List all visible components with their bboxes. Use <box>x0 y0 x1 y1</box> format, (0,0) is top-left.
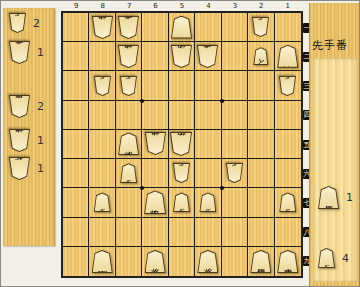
shogi-piece-gote[interactable]: 歩兵 <box>9 13 26 33</box>
shogi-piece-sente[interactable]: 金将 <box>197 250 218 273</box>
piece-kanji: 歩兵 <box>323 257 331 259</box>
board-square-9-8[interactable] <box>63 218 89 247</box>
board-square-5-5[interactable]: 玉将 <box>169 130 195 159</box>
piece-face: 金将 <box>146 251 165 272</box>
shogi-piece-gote[interactable]: 銀将 <box>92 16 113 39</box>
board-square-2-8[interactable] <box>248 218 274 247</box>
board-square-5-4[interactable] <box>169 101 195 130</box>
board-square-9-2[interactable] <box>63 42 89 71</box>
shogi-piece-sente[interactable]: 歩兵 <box>279 192 296 212</box>
board-square-7-1[interactable]: 香車 <box>116 13 142 42</box>
piece-kanji: 王将 <box>150 201 160 203</box>
captured-entry: 歩兵2 <box>9 13 40 33</box>
piece-body: 歩兵 <box>120 76 137 96</box>
shogi-piece-gote[interactable]: 歩兵 <box>252 17 269 37</box>
piece-body: 金将 <box>118 132 139 155</box>
shogi-piece-gote[interactable]: 桂馬 <box>9 95 30 118</box>
board-square-8-7[interactable]: 歩兵 <box>89 188 115 217</box>
turn-indicator: 先手番 <box>312 38 358 53</box>
piece-body: 金将 <box>197 250 218 273</box>
piece-body: 香車 <box>277 250 298 273</box>
board-square-9-7[interactable] <box>63 188 89 217</box>
piece-kanji: 香車 <box>203 55 212 57</box>
piece-kanji: 香車 <box>15 52 24 54</box>
shogi-piece-sente[interactable]: 龍 <box>171 16 192 39</box>
board-square-6-6[interactable] <box>142 159 168 188</box>
board-square-7-9[interactable] <box>116 247 142 276</box>
board-square-3-3[interactable] <box>222 71 248 100</box>
board-square-7-2[interactable]: 銀将 <box>116 42 142 71</box>
piece-kanji: 桂馬 <box>256 260 265 262</box>
board-square-4-2[interactable]: 香車 <box>195 42 221 71</box>
board-square-4-5[interactable] <box>195 130 221 159</box>
captured-entry: 桂馬2 <box>9 95 44 118</box>
board-square-7-6[interactable]: 歩兵 <box>116 159 142 188</box>
piece-kanji: 歩兵 <box>257 26 265 28</box>
shogi-piece-gote[interactable]: 香車 <box>9 41 30 64</box>
piece-body: 玉将 <box>170 132 192 156</box>
file-label-5: 5 <box>175 2 189 10</box>
board-square-2-9[interactable]: 桂馬 <box>248 247 274 276</box>
board-square-7-3[interactable]: 歩兵 <box>116 71 142 100</box>
board-square-4-1[interactable] <box>195 13 221 42</box>
piece-face: 歩兵 <box>95 193 110 211</box>
board-square-1-3[interactable]: 歩兵 <box>275 71 301 100</box>
board-square-5-7[interactable]: 歩兵 <box>169 188 195 217</box>
board-square-7-8[interactable] <box>116 218 142 247</box>
board-square-3-5[interactable] <box>222 130 248 159</box>
file-label-2: 2 <box>254 2 268 10</box>
piece-kanji: 角行 <box>15 168 24 170</box>
shogi-piece-sente[interactable]: 歩兵 <box>318 248 335 268</box>
piece-face: 香車 <box>119 17 138 38</box>
piece-kanji: 歩兵 <box>125 85 133 87</box>
piece-kanji: 歩兵 <box>178 172 186 174</box>
piece-body: 歩兵 <box>279 76 296 96</box>
shogi-app: 歩兵2香車1桂馬2銀将1角行1 銀将香車龍歩兵銀将金将香車と龍歩兵歩兵歩兵金将銀… <box>0 0 360 287</box>
shogi-piece-sente[interactable]: 王将 <box>144 190 166 214</box>
board-square-2-1[interactable]: 歩兵 <box>248 13 274 42</box>
piece-kanji: 銀将 <box>151 143 160 145</box>
shogi-piece-sente[interactable]: 金将 <box>118 132 139 155</box>
captured-entry: 香車1 <box>9 41 44 64</box>
piece-body: 金将 <box>171 45 192 68</box>
shogi-piece-gote[interactable]: 歩兵 <box>94 76 111 96</box>
piece-kanji: 金将 <box>177 55 186 57</box>
board-square-3-2[interactable] <box>222 42 248 71</box>
captured-entry: 角行1 <box>9 157 44 180</box>
piece-kanji: 歩兵 <box>231 172 239 174</box>
piece-body: 香車 <box>9 41 30 64</box>
shogi-piece-gote[interactable]: 銀将 <box>118 45 139 68</box>
shogi-piece-sente[interactable]: 桂馬 <box>318 186 339 209</box>
board-square-5-8[interactable] <box>169 218 195 247</box>
piece-body: 銀将 <box>118 45 139 68</box>
piece-face: 銀将 <box>93 17 112 38</box>
captured-count: 1 <box>37 162 44 175</box>
piece-face: と <box>254 48 267 64</box>
hoshi-dot <box>220 186 224 190</box>
shogi-piece-gote[interactable]: 銀将 <box>145 132 166 155</box>
shogi-piece-gote[interactable]: 歩兵 <box>173 163 190 183</box>
board-square-4-8[interactable] <box>195 218 221 247</box>
piece-face: 歩兵 <box>280 193 295 211</box>
hoshi-dot <box>220 99 224 103</box>
shogi-piece-sente[interactable]: 歩兵 <box>94 192 111 212</box>
shogi-piece-sente[interactable]: 歩兵 <box>199 192 216 212</box>
board-square-5-1[interactable]: 龍 <box>169 13 195 42</box>
piece-body: 桂馬 <box>250 250 271 273</box>
piece-kanji: 銀将 <box>124 55 133 57</box>
board-square-3-9[interactable] <box>222 247 248 276</box>
hoshi-dot <box>140 99 144 103</box>
board-square-4-6[interactable] <box>195 159 221 188</box>
piece-face: 龍 <box>278 46 297 67</box>
piece-body: 歩兵 <box>252 17 269 37</box>
piece-kanji: 桂馬 <box>15 106 24 108</box>
piece-body: 歩兵 <box>279 192 296 212</box>
board-square-8-6[interactable] <box>89 159 115 188</box>
board-square-3-4[interactable] <box>222 101 248 130</box>
board-square-1-4[interactable] <box>275 101 301 130</box>
file-label-6: 6 <box>149 2 163 10</box>
file-label-1: 1 <box>281 2 295 10</box>
board-square-8-5[interactable] <box>89 130 115 159</box>
board-square-1-1[interactable] <box>275 13 301 42</box>
piece-body: 角行 <box>9 157 30 180</box>
piece-face: 歩兵 <box>121 164 136 182</box>
board-square-9-6[interactable] <box>63 159 89 188</box>
shogi-piece-sente[interactable]: 馬 <box>92 250 113 273</box>
piece-kanji: 銀将 <box>98 26 107 28</box>
piece-body: と <box>253 47 268 65</box>
board-square-3-6[interactable]: 歩兵 <box>222 159 248 188</box>
piece-body: 龍 <box>171 16 192 39</box>
board-square-9-9[interactable] <box>63 247 89 276</box>
shogi-piece-gote[interactable]: 歩兵 <box>279 76 296 96</box>
piece-body: 歩兵 <box>226 163 243 183</box>
board-square-7-4[interactable] <box>116 101 142 130</box>
board-square-1-8[interactable] <box>275 218 301 247</box>
piece-face: 歩兵 <box>253 18 268 36</box>
piece-body: 歩兵 <box>173 192 190 212</box>
file-label-7: 7 <box>122 2 136 10</box>
piece-body: 龍 <box>277 45 298 68</box>
board-square-8-2[interactable] <box>89 42 115 71</box>
board-square-6-4[interactable] <box>142 101 168 130</box>
board-square-1-2[interactable]: 龍 <box>275 42 301 71</box>
shogi-piece-sente[interactable]: 香車 <box>277 250 298 273</box>
captured-count: 2 <box>37 100 44 113</box>
piece-face: 馬 <box>93 251 112 272</box>
piece-kanji: 歩兵 <box>98 85 106 87</box>
piece-body: 歩兵 <box>94 76 111 96</box>
piece-kanji: 金将 <box>124 143 133 145</box>
piece-kanji: 歩兵 <box>204 201 212 203</box>
file-label-4: 4 <box>201 2 215 10</box>
piece-kanji: 歩兵 <box>125 172 133 174</box>
board-square-7-7[interactable] <box>116 188 142 217</box>
board-square-4-7[interactable]: 歩兵 <box>195 188 221 217</box>
shogi-piece-gote[interactable]: 金将 <box>171 45 192 68</box>
captured-count: 4 <box>342 252 349 265</box>
piece-face: 玉将 <box>171 133 191 155</box>
piece-kanji: 桂馬 <box>324 197 333 199</box>
piece-kanji: 玉将 <box>177 143 187 145</box>
board-square-3-1[interactable] <box>222 13 248 42</box>
board-square-5-9[interactable] <box>169 247 195 276</box>
board-square-8-8[interactable] <box>89 218 115 247</box>
captured-count: 1 <box>37 46 44 59</box>
shogi-piece-gote[interactable]: 香車 <box>118 16 139 39</box>
piece-body: 銀将 <box>145 132 166 155</box>
piece-face: 銀将 <box>119 46 138 67</box>
piece-kanji: 歩兵 <box>284 85 292 87</box>
board-square-8-4[interactable] <box>89 101 115 130</box>
captured-entry: 銀将1 <box>9 129 44 152</box>
board-square-3-8[interactable] <box>222 218 248 247</box>
piece-face: 銀将 <box>10 130 29 151</box>
piece-body: 金将 <box>145 250 166 273</box>
piece-body: 香車 <box>197 45 218 68</box>
piece-kanji: 金将 <box>151 260 160 262</box>
hoshi-dot <box>140 186 144 190</box>
board-square-8-9[interactable]: 馬 <box>89 247 115 276</box>
board-square-6-8[interactable] <box>142 218 168 247</box>
shogi-piece-gote[interactable]: 銀将 <box>9 129 30 152</box>
shogi-piece-sente[interactable]: と <box>253 47 268 65</box>
piece-body: 香車 <box>118 16 139 39</box>
piece-face: 桂馬 <box>251 251 270 272</box>
board-square-7-5[interactable]: 金将 <box>116 130 142 159</box>
board-square-6-3[interactable] <box>142 71 168 100</box>
piece-face: 歩兵 <box>227 164 242 182</box>
shogi-piece-gote[interactable]: 玉将 <box>170 132 192 156</box>
board-square-1-7[interactable]: 歩兵 <box>275 188 301 217</box>
piece-face: 金将 <box>172 46 191 67</box>
piece-face: 歩兵 <box>95 77 110 95</box>
piece-face: 香車 <box>10 42 29 63</box>
piece-face: 王将 <box>145 191 165 213</box>
board-square-8-1[interactable]: 銀将 <box>89 13 115 42</box>
shogi-piece-gote[interactable]: 歩兵 <box>120 76 137 96</box>
piece-face: 歩兵 <box>280 77 295 95</box>
board-square-1-5[interactable] <box>275 130 301 159</box>
board-square-6-5[interactable]: 銀将 <box>142 130 168 159</box>
board-square-2-3[interactable] <box>248 71 274 100</box>
piece-body: 歩兵 <box>199 192 216 212</box>
sente-captured-tray: 桂馬1歩兵4 <box>313 58 357 282</box>
board-square-5-3[interactable] <box>169 71 195 100</box>
shogi-piece-sente[interactable]: 歩兵 <box>173 192 190 212</box>
piece-face: 香車 <box>278 251 297 272</box>
shogi-piece-gote[interactable]: 歩兵 <box>226 163 243 183</box>
file-label-9: 9 <box>69 2 83 10</box>
piece-kanji: 銀将 <box>15 140 24 142</box>
captured-entry: 歩兵4 <box>318 248 349 268</box>
piece-kanji: 香車 <box>283 260 292 262</box>
board-square-2-5[interactable] <box>248 130 274 159</box>
board-square-2-4[interactable] <box>248 101 274 130</box>
captured-count: 1 <box>346 191 353 204</box>
board-square-4-4[interactable] <box>195 101 221 130</box>
board-square-9-3[interactable] <box>63 71 89 100</box>
piece-body: 歩兵 <box>173 163 190 183</box>
board-square-2-7[interactable] <box>248 188 274 217</box>
piece-body: 王将 <box>144 190 166 214</box>
piece-kanji: と <box>256 51 266 61</box>
piece-face: 角行 <box>10 158 29 179</box>
piece-face: 桂馬 <box>10 96 29 117</box>
gote-captured-tray: 歩兵2香車1桂馬2銀将1角行1 <box>3 8 55 246</box>
piece-body: 馬 <box>92 250 113 273</box>
piece-face: 金将 <box>119 133 138 154</box>
board-square-5-6[interactable]: 歩兵 <box>169 159 195 188</box>
piece-body: 銀将 <box>92 16 113 39</box>
board-square-9-4[interactable] <box>63 101 89 130</box>
board-square-2-6[interactable] <box>248 159 274 188</box>
board-square-9-5[interactable] <box>63 130 89 159</box>
piece-face: 龍 <box>172 17 191 38</box>
shogi-piece-sente[interactable]: 歩兵 <box>120 163 137 183</box>
piece-face: 歩兵 <box>319 249 334 267</box>
board-square-6-9[interactable]: 金将 <box>142 247 168 276</box>
board-square-6-2[interactable] <box>142 42 168 71</box>
board-square-1-9[interactable]: 香車 <box>275 247 301 276</box>
board-square-4-3[interactable] <box>195 71 221 100</box>
board-square-6-1[interactable] <box>142 13 168 42</box>
shogi-piece-gote[interactable]: 香車 <box>197 45 218 68</box>
piece-kanji: 歩兵 <box>178 201 186 203</box>
shogi-board: 銀将香車龍歩兵銀将金将香車と龍歩兵歩兵歩兵金将銀将玉将歩兵歩兵歩兵歩兵王将歩兵歩… <box>61 11 303 278</box>
piece-kanji: 歩兵 <box>98 201 106 203</box>
piece-face: 桂馬 <box>319 187 338 208</box>
board-square-2-2[interactable]: と <box>248 42 274 71</box>
board-square-1-6[interactable] <box>275 159 301 188</box>
piece-face: 金将 <box>198 251 217 272</box>
captured-entry: 桂馬1 <box>318 186 353 209</box>
piece-kanji: 歩兵 <box>284 201 292 203</box>
board-square-6-7[interactable]: 王将 <box>142 188 168 217</box>
piece-body: 桂馬 <box>318 186 339 209</box>
piece-body: 歩兵 <box>120 163 137 183</box>
piece-face: 香車 <box>198 46 217 67</box>
piece-face: 歩兵 <box>200 193 215 211</box>
piece-face: 歩兵 <box>174 193 189 211</box>
shogi-piece-gote[interactable]: 角行 <box>9 157 30 180</box>
board-square-4-9[interactable]: 金将 <box>195 247 221 276</box>
piece-body: 歩兵 <box>318 248 335 268</box>
piece-kanji: 歩兵 <box>14 22 22 24</box>
piece-body: 歩兵 <box>94 192 111 212</box>
shogi-piece-sente[interactable]: 桂馬 <box>250 250 271 273</box>
piece-body: 桂馬 <box>9 95 30 118</box>
piece-face: 歩兵 <box>174 164 189 182</box>
board-square-8-3[interactable]: 歩兵 <box>89 71 115 100</box>
piece-kanji: 香車 <box>124 26 133 28</box>
board-square-9-1[interactable] <box>63 13 89 42</box>
piece-body: 歩兵 <box>9 13 26 33</box>
piece-face: 銀将 <box>146 133 165 154</box>
captured-count: 1 <box>37 134 44 147</box>
board-square-5-2[interactable]: 金将 <box>169 42 195 71</box>
shogi-piece-sente[interactable]: 金将 <box>145 250 166 273</box>
piece-face: 歩兵 <box>121 77 136 95</box>
captured-count: 2 <box>33 17 40 30</box>
file-label-8: 8 <box>96 2 110 10</box>
piece-face: 歩兵 <box>10 14 25 32</box>
board-square-3-7[interactable] <box>222 188 248 217</box>
piece-body: 銀将 <box>9 129 30 152</box>
shogi-piece-sente[interactable]: 龍 <box>277 45 298 68</box>
piece-kanji: 金将 <box>203 260 212 262</box>
file-label-3: 3 <box>228 2 242 10</box>
